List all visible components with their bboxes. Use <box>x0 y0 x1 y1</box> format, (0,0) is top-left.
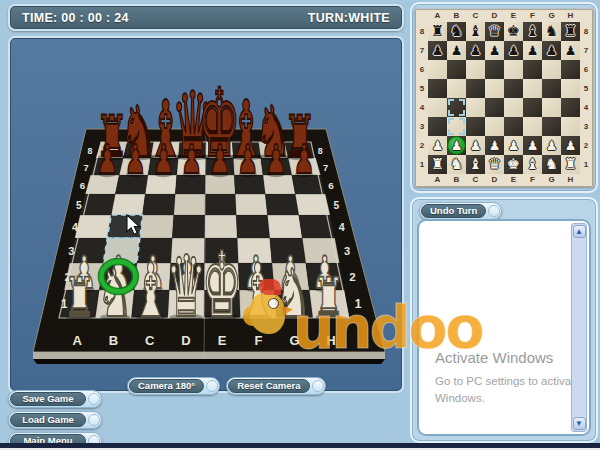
mini-square-f2[interactable]: ♟ <box>523 136 542 155</box>
coordinate-label: 6 <box>416 60 428 79</box>
mini-square-b4[interactable] <box>447 98 466 117</box>
coordinate-label: H <box>561 10 580 22</box>
board3d-rank-label: 5 <box>76 200 82 211</box>
mini-board: ABCDEFGH 87654321 ♜♞♝♛♚♝♞♜♟♟♟♟♟♟♟♟♟♟♟♟♟♟… <box>415 9 593 187</box>
mini-corner <box>416 10 428 22</box>
mini-square-a6[interactable] <box>428 60 447 79</box>
load-game-button[interactable]: Load Game <box>8 411 102 429</box>
mini-square-g4[interactable] <box>542 98 561 117</box>
board3d-rank-label: 1 <box>355 297 362 311</box>
mini-square-h8[interactable]: ♜ <box>561 22 580 41</box>
button-tab <box>312 380 324 392</box>
mini-square-d2[interactable]: ♟ <box>485 136 504 155</box>
scroll-up-button[interactable]: ▲ <box>573 225 586 238</box>
mini-square-b2[interactable]: ♟ <box>447 136 466 155</box>
board3d-piece-black-h7: ♟ <box>293 135 315 182</box>
mini-piece-black-d8: ♛ <box>488 24 501 39</box>
mini-corner <box>416 174 428 186</box>
coordinate-label: H <box>561 174 580 186</box>
mini-square-f4[interactable] <box>523 98 542 117</box>
mini-piece-black-f8: ♝ <box>526 24 539 39</box>
board3d-rank-label: 5 <box>334 200 340 211</box>
board3d-piece-black-b7: ♟ <box>125 135 147 182</box>
mini-square-h5[interactable] <box>561 79 580 98</box>
mini-square-c3[interactable] <box>466 117 485 136</box>
mini-square-g7[interactable]: ♟ <box>542 41 561 60</box>
mini-square-d3[interactable] <box>485 117 504 136</box>
mini-square-f7[interactable]: ♟ <box>523 41 542 60</box>
mini-square-f3[interactable] <box>523 117 542 136</box>
board3d-rank-label: 4 <box>339 221 345 233</box>
board3d-piece-white-e1: ♚ <box>202 233 242 338</box>
mini-square-g6[interactable] <box>542 60 561 79</box>
mini-piece-white-h2: ♟ <box>565 139 577 152</box>
button-tab <box>206 380 218 392</box>
mini-piece-black-a8: ♜ <box>431 24 444 39</box>
coordinate-label: 4 <box>580 98 592 117</box>
coordinate-label: 3 <box>580 117 592 136</box>
mini-square-e1[interactable]: ♚ <box>504 155 523 174</box>
mini-square-a5[interactable] <box>428 79 447 98</box>
move-list-panel: Undo Turn Activate Windows Go to PC sett… <box>410 197 598 443</box>
mini-piece-black-g8: ♞ <box>545 24 558 39</box>
board3d-file-label: G <box>290 333 300 348</box>
coordinate-label: 7 <box>580 41 592 60</box>
mini-square-b1[interactable]: ♞ <box>447 155 466 174</box>
mini-ranks-right: 87654321 <box>580 22 592 174</box>
coordinate-label: A <box>428 10 447 22</box>
activate-windows-watermark: Activate Windows Go to PC settings to ac… <box>435 349 585 408</box>
mini-square-h2[interactable]: ♟ <box>561 136 580 155</box>
status-bar: TIME: 00 : 00 : 24 TURN:WHITE <box>8 4 404 31</box>
board3d-piece-white-f1: ♝ <box>240 248 276 334</box>
board3d-piece-white-d1: ♛ <box>166 237 206 336</box>
mini-square-d5[interactable] <box>485 79 504 98</box>
board3d-piece-black-c7: ♟ <box>153 135 175 182</box>
mini-square-a3[interactable] <box>428 117 447 136</box>
board3d-piece-black-e7: ♟ <box>209 135 231 182</box>
mini-square-c5[interactable] <box>466 79 485 98</box>
mini-piece-white-e2: ♟ <box>508 139 520 152</box>
board-3d-panel[interactable]: AABBCCDDEEFFGGHH1122334455667788♜♞♝♛♚♝♞♜… <box>8 36 404 393</box>
mini-piece-white-g1: ♞ <box>545 157 558 172</box>
mini-square-d1[interactable]: ♛ <box>485 155 504 174</box>
button-tab <box>488 205 500 217</box>
activate-line: Go to PC settings to activate <box>435 373 585 390</box>
coordinate-label: 2 <box>580 136 592 155</box>
mini-square-e6[interactable] <box>504 60 523 79</box>
board3d-piece-black-g7: ♟ <box>265 135 287 182</box>
board3d-piece-white-g1: ♞ <box>275 254 310 332</box>
mini-files-bottom: ABCDEFGH <box>428 174 580 186</box>
mini-piece-white-b1: ♞ <box>450 157 463 172</box>
mini-piece-black-b7: ♟ <box>451 44 463 57</box>
save-game-button[interactable]: Save Game <box>8 390 102 408</box>
mini-square-h1[interactable]: ♜ <box>561 155 580 174</box>
mini-square-b7[interactable]: ♟ <box>447 41 466 60</box>
mini-square-e5[interactable] <box>504 79 523 98</box>
mini-square-h7[interactable]: ♟ <box>561 41 580 60</box>
mini-piece-white-c2: ♟ <box>470 139 482 152</box>
mini-square-g5[interactable] <box>542 79 561 98</box>
mini-corner <box>580 174 592 186</box>
mini-square-b6[interactable] <box>447 60 466 79</box>
mini-piece-white-f2: ♟ <box>527 139 539 152</box>
window-bottom-edge <box>0 443 600 450</box>
coordinate-label: E <box>504 174 523 186</box>
mini-square-b3[interactable] <box>447 117 466 136</box>
coordinate-label: 8 <box>416 22 428 41</box>
board3d-piece-white-a1: ♜ <box>64 266 95 329</box>
mini-piece-white-c1: ♝ <box>469 157 482 172</box>
mini-corner <box>580 10 592 22</box>
mini-square-e7[interactable]: ♟ <box>504 41 523 60</box>
coordinate-label: B <box>447 10 466 22</box>
coordinate-label: E <box>504 10 523 22</box>
mini-square-a4[interactable] <box>428 98 447 117</box>
mini-piece-white-h1: ♜ <box>564 157 577 172</box>
mini-piece-white-a1: ♜ <box>431 157 444 172</box>
board3d-piece-black-f7: ♟ <box>237 135 259 182</box>
coordinate-label: 6 <box>580 60 592 79</box>
mini-piece-white-d2: ♟ <box>489 139 501 152</box>
reset-camera-button[interactable]: Reset Camera <box>226 377 325 395</box>
mini-square-a7[interactable]: ♟ <box>428 41 447 60</box>
mini-square-c4[interactable] <box>466 98 485 117</box>
mini-piece-white-a2: ♟ <box>432 139 444 152</box>
mini-piece-black-e8: ♚ <box>507 24 520 39</box>
board3d-piece-white-h1: ♜ <box>313 266 344 329</box>
mini-square-a1[interactable]: ♜ <box>428 155 447 174</box>
mini-piece-white-d1: ♛ <box>488 157 501 172</box>
mini-piece-black-d7: ♟ <box>489 44 501 57</box>
camera-controls: Camera 180° Reset Camera <box>127 377 326 395</box>
mini-square-h6[interactable] <box>561 60 580 79</box>
board3d-rank-label: 3 <box>344 245 350 257</box>
board3d-file-label: A <box>72 333 82 348</box>
coordinate-label: 7 <box>416 41 428 60</box>
coordinate-label: C <box>466 10 485 22</box>
mini-square-g1[interactable]: ♞ <box>542 155 561 174</box>
coordinate-label: 8 <box>580 22 592 41</box>
mini-board-squares[interactable]: ♜♞♝♛♚♝♞♜♟♟♟♟♟♟♟♟♟♟♟♟♟♟♟♟♜♞♝♛♚♝♞♜ <box>428 22 580 174</box>
board3d-file-label: B <box>109 333 118 348</box>
activate-title: Activate Windows <box>435 349 585 366</box>
mini-square-g3[interactable] <box>542 117 561 136</box>
time-display: TIME: 00 : 00 : 24 <box>22 11 129 25</box>
coordinate-label: D <box>485 174 504 186</box>
mini-square-e8[interactable]: ♚ <box>504 22 523 41</box>
board3d-file-label: F <box>254 333 262 348</box>
turn-indicator: TURN:WHITE <box>308 11 390 25</box>
mini-piece-black-c7: ♟ <box>470 44 482 57</box>
mini-square-b5[interactable] <box>447 79 466 98</box>
mini-piece-black-h7: ♟ <box>565 44 577 57</box>
button-tab <box>88 414 100 426</box>
mini-piece-white-f1: ♝ <box>526 157 539 172</box>
coordinate-label: G <box>542 10 561 22</box>
move-list[interactable]: Activate Windows Go to PC settings to ac… <box>417 219 591 436</box>
mini-square-d7[interactable]: ♟ <box>485 41 504 60</box>
board3d-rank-label: 2 <box>349 270 355 283</box>
mini-square-c6[interactable] <box>466 60 485 79</box>
mini-square-f5[interactable] <box>523 79 542 98</box>
board3d-rank-label: 6 <box>80 180 86 191</box>
board3d-rank-label: 8 <box>87 146 92 156</box>
mini-square-h4[interactable] <box>561 98 580 117</box>
mini-square-a8[interactable]: ♜ <box>428 22 447 41</box>
mini-square-a2[interactable]: ♟ <box>428 136 447 155</box>
mini-piece-black-e7: ♟ <box>508 44 520 57</box>
coordinate-label: 3 <box>416 117 428 136</box>
mini-square-b8[interactable]: ♞ <box>447 22 466 41</box>
mini-square-c2[interactable]: ♟ <box>466 136 485 155</box>
mini-square-f1[interactable]: ♝ <box>523 155 542 174</box>
chess-game-window: TIME: 00 : 00 : 24 TURN:WHITE AABBCCDDEE… <box>0 0 600 450</box>
mini-square-h3[interactable] <box>561 117 580 136</box>
mini-square-e4[interactable] <box>504 98 523 117</box>
mini-piece-black-h8: ♜ <box>564 24 577 39</box>
mini-square-f6[interactable] <box>523 60 542 79</box>
coordinate-label: D <box>485 10 504 22</box>
mini-piece-white-e1: ♚ <box>507 157 520 172</box>
mini-piece-black-g7: ♟ <box>546 44 558 57</box>
board3d-rank-label: 7 <box>84 163 89 173</box>
mini-square-e3[interactable] <box>504 117 523 136</box>
camera-180-button[interactable]: Camera 180° <box>127 377 220 395</box>
board3d-rank-label: 7 <box>323 163 328 173</box>
mini-square-g8[interactable]: ♞ <box>542 22 561 41</box>
board3d-file-label: C <box>145 333 155 348</box>
scrollbar[interactable]: ▲ ▼ <box>571 223 587 432</box>
mini-files-top: ABCDEFGH <box>428 10 580 22</box>
coordinate-label: G <box>542 174 561 186</box>
mini-square-e2[interactable]: ♟ <box>504 136 523 155</box>
coordinate-label: F <box>523 10 542 22</box>
coordinate-label: 5 <box>416 79 428 98</box>
board3d-rank-label: 6 <box>328 180 334 191</box>
mini-board-panel: ABCDEFGH 87654321 ♜♞♝♛♚♝♞♜♟♟♟♟♟♟♟♟♟♟♟♟♟♟… <box>410 2 598 193</box>
coordinate-label: C <box>466 174 485 186</box>
board3d-rank-label: 4 <box>72 221 78 233</box>
coordinate-label: B <box>447 174 466 186</box>
mini-piece-black-c8: ♝ <box>469 24 482 39</box>
mini-piece-black-f7: ♟ <box>527 44 539 57</box>
coordinate-label: 5 <box>580 79 592 98</box>
board3d-rank-label: 8 <box>318 146 323 156</box>
board3d-piece-white-c1: ♝ <box>133 248 169 334</box>
mini-square-c7[interactable]: ♟ <box>466 41 485 60</box>
coordinate-label: 2 <box>416 136 428 155</box>
coordinate-label: 1 <box>580 155 592 174</box>
undo-turn-button[interactable]: Undo Turn <box>419 202 502 220</box>
mini-piece-black-b8: ♞ <box>450 24 463 39</box>
board3d-piece-black-a7: ♟ <box>96 135 118 182</box>
mini-square-g2[interactable]: ♟ <box>542 136 561 155</box>
mini-square-d8[interactable]: ♛ <box>485 22 504 41</box>
board-3d[interactable]: AABBCCDDEEFFGGHH1122334455667788♜♞♝♛♚♝♞♜… <box>10 38 402 391</box>
button-tab <box>88 393 100 405</box>
mini-piece-white-g2: ♟ <box>546 139 558 152</box>
menu-buttons: Save Game Load Game Main Menu <box>8 390 102 450</box>
mini-square-c1[interactable]: ♝ <box>466 155 485 174</box>
coordinate-label: A <box>428 174 447 186</box>
board3d-piece-black-d7: ♟ <box>181 135 203 182</box>
coordinate-label: 4 <box>416 98 428 117</box>
mini-piece-black-a7: ♟ <box>432 44 444 57</box>
board3d-file-label: H <box>326 333 335 348</box>
coordinate-label: 1 <box>416 155 428 174</box>
mini-square-d6[interactable] <box>485 60 504 79</box>
mini-square-f8[interactable]: ♝ <box>523 22 542 41</box>
mini-ranks-left: 87654321 <box>416 22 428 174</box>
mini-square-c8[interactable]: ♝ <box>466 22 485 41</box>
scroll-down-button[interactable]: ▼ <box>573 417 586 430</box>
mini-square-d4[interactable] <box>485 98 504 117</box>
mini-piece-white-b2: ♟ <box>451 139 463 152</box>
activate-line: Windows. <box>435 390 585 407</box>
coordinate-label: F <box>523 174 542 186</box>
